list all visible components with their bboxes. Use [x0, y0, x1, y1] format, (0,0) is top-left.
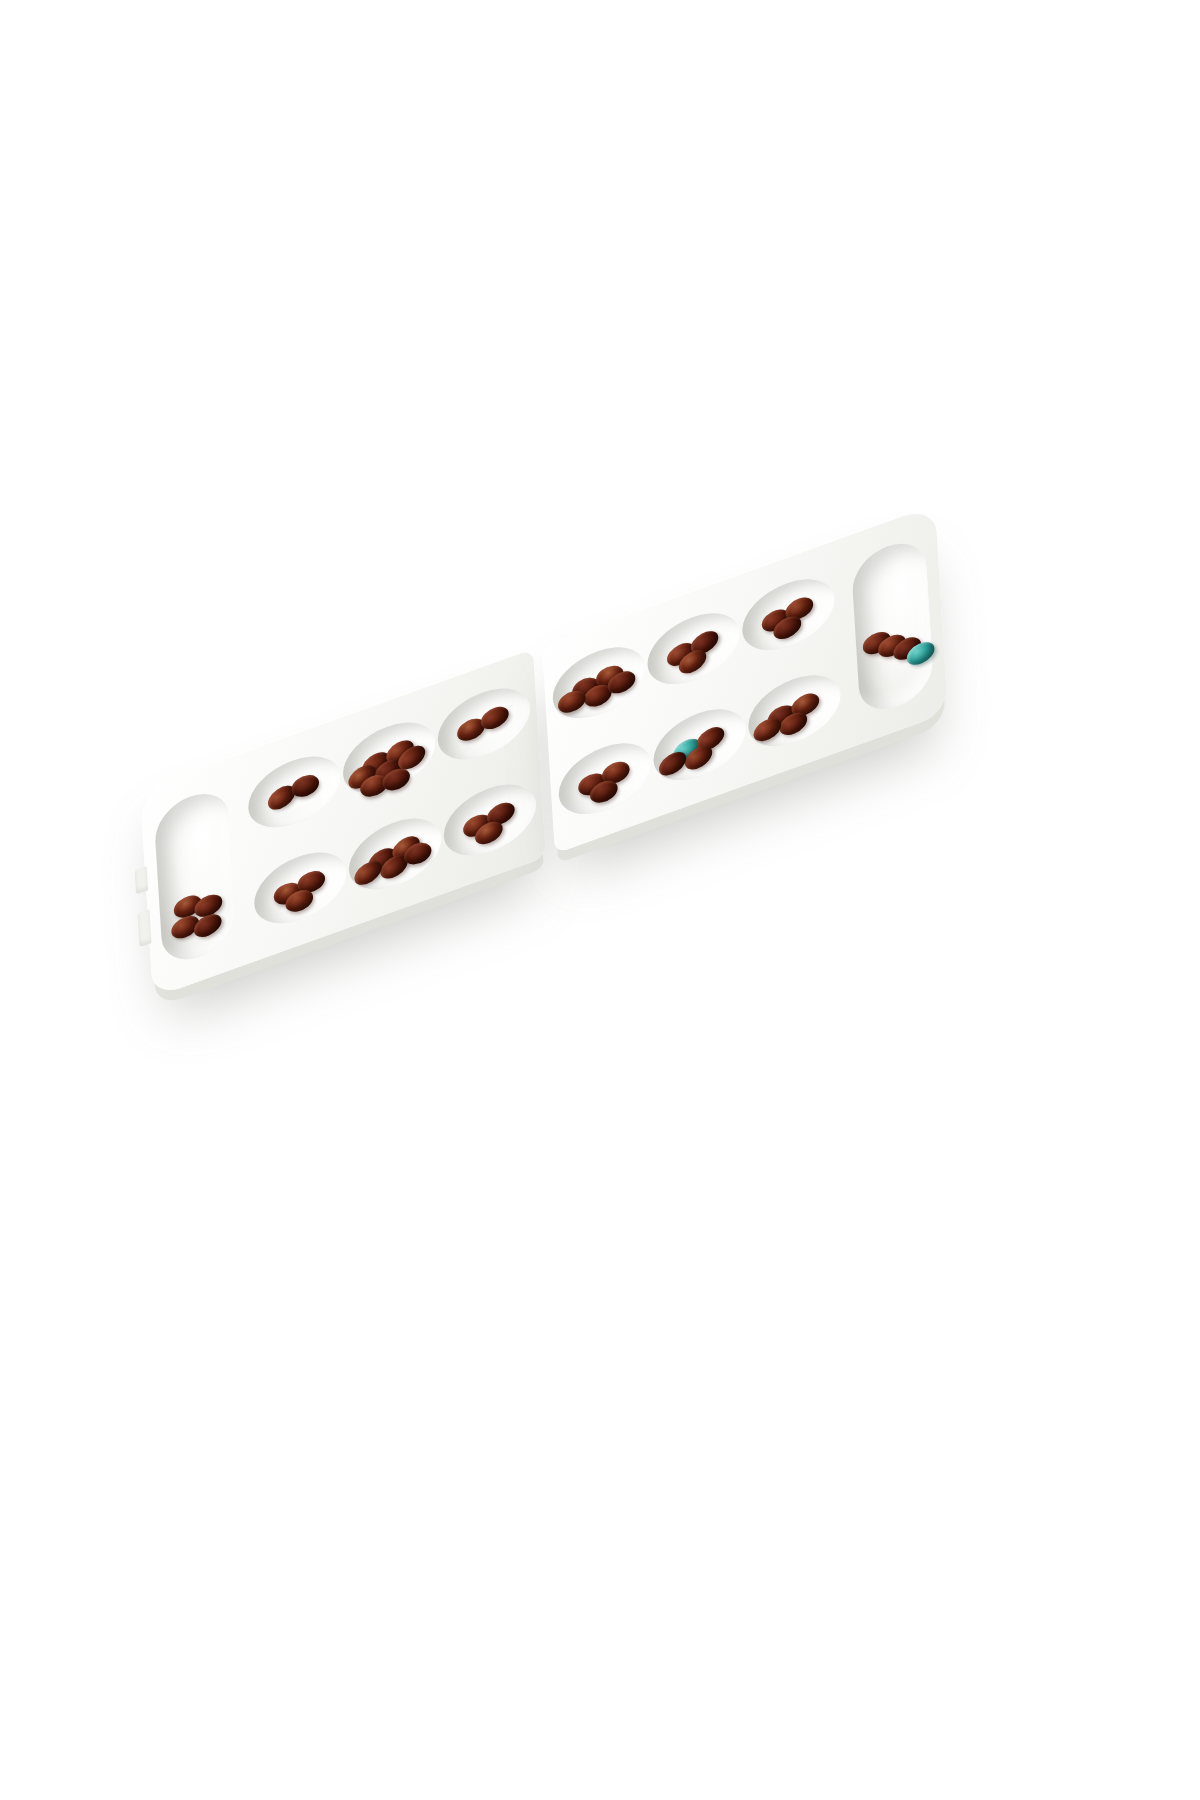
seed	[556, 689, 586, 716]
pit-front-1[interactable]	[252, 840, 348, 935]
pit-front-5[interactable]	[651, 697, 747, 792]
pit-back-4[interactable]	[550, 635, 646, 730]
photo-background	[0, 0, 1200, 1800]
pit-back-5[interactable]	[645, 601, 741, 696]
mancala-board	[140, 505, 948, 998]
pit-back-6[interactable]	[740, 567, 836, 662]
right-store-cap	[837, 505, 948, 748]
left-pit-grid	[238, 649, 546, 963]
left-store-cap	[140, 755, 251, 998]
pit-front-4[interactable]	[556, 731, 652, 826]
right-store	[851, 533, 935, 719]
seed	[289, 774, 321, 798]
pit-front-3[interactable]	[441, 772, 537, 867]
pit-back-2[interactable]	[341, 710, 437, 805]
seed	[751, 714, 782, 745]
pit-front-2[interactable]	[347, 806, 443, 901]
pit-back-1[interactable]	[246, 744, 342, 839]
pit-front-6[interactable]	[746, 663, 842, 758]
right-pit-grid	[542, 540, 850, 854]
left-store	[153, 783, 237, 969]
left-half-tray	[140, 649, 546, 998]
pit-back-3[interactable]	[435, 676, 531, 771]
seed	[481, 704, 509, 733]
right-half-tray	[542, 505, 948, 854]
